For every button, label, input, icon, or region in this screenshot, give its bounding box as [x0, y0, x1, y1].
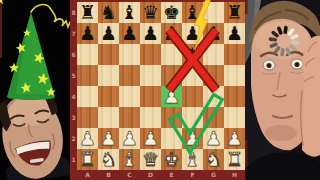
square-g1[interactable]: ♞ — [203, 149, 224, 170]
square-b2[interactable]: ♟ — [98, 128, 119, 149]
square-g3[interactable] — [203, 107, 224, 128]
black-queen-d8: ♛ — [140, 2, 161, 23]
square-a3[interactable] — [77, 107, 98, 128]
square-e7[interactable]: ♟ — [161, 23, 182, 44]
square-b4[interactable] — [98, 86, 119, 107]
square-a7[interactable]: ♟ — [77, 23, 98, 44]
square-e3[interactable] — [161, 107, 182, 128]
black-pawn-b7: ♟ — [98, 23, 119, 44]
square-f8[interactable]: ♝ — [182, 2, 203, 23]
file-label-f: F — [182, 169, 203, 180]
black-king-e8: ♚ — [161, 2, 182, 23]
left-webcam — [0, 0, 70, 180]
rank-label-3: 3 — [70, 107, 77, 128]
file-labels: ABCDEFGH — [77, 169, 245, 180]
square-h1[interactable]: ♜ — [224, 149, 245, 170]
square-b1[interactable]: ♞ — [98, 149, 119, 170]
black-pawn-a7: ♟ — [77, 23, 98, 44]
square-f3[interactable] — [182, 107, 203, 128]
thumbnail-stage: 87654321 ♜♞♝♛♚♝♜♟♟♟♟♟♟♟♟♞♟♟♟♟♟♟♟♟♜♞♝♛♚♝♞… — [0, 0, 320, 180]
right-webcam — [245, 0, 320, 180]
black-pawn-e7: ♟ — [161, 23, 182, 44]
square-f1[interactable]: ♝ — [182, 149, 203, 170]
white-knight-b1: ♞ — [98, 149, 119, 170]
chess-board-frame: 87654321 ♜♞♝♛♚♝♜♟♟♟♟♟♟♟♟♞♟♟♟♟♟♟♟♟♜♞♝♛♚♝♞… — [70, 0, 245, 180]
square-h6[interactable] — [224, 44, 245, 65]
square-e8[interactable]: ♚ — [161, 2, 182, 23]
rank-label-6: 6 — [70, 44, 77, 65]
square-e5[interactable] — [161, 65, 182, 86]
square-c6[interactable] — [119, 44, 140, 65]
hand — [301, 36, 320, 157]
white-queen-d1: ♛ — [140, 149, 161, 170]
left-person — [0, 0, 70, 180]
right-person — [245, 0, 320, 180]
square-f5[interactable] — [182, 65, 203, 86]
square-f6[interactable]: ♞ — [182, 44, 203, 65]
square-f7[interactable]: ♟ — [182, 23, 203, 44]
square-c4[interactable] — [119, 86, 140, 107]
square-c8[interactable]: ♝ — [119, 2, 140, 23]
black-rook-a8: ♜ — [77, 2, 98, 23]
white-pawn-a2: ♟ — [77, 128, 98, 149]
square-f4[interactable] — [182, 86, 203, 107]
black-knight-b8: ♞ — [98, 2, 119, 23]
white-bishop-c1: ♝ — [119, 149, 140, 170]
rank-label-2: 2 — [70, 128, 77, 149]
white-pawn-h2: ♟ — [224, 128, 245, 149]
rank-labels: 87654321 — [70, 2, 77, 170]
white-pawn-d2: ♟ — [140, 128, 161, 149]
white-pawn-e4: ♟ — [161, 86, 182, 107]
square-d5[interactable] — [140, 65, 161, 86]
square-a1[interactable]: ♜ — [77, 149, 98, 170]
square-h2[interactable]: ♟ — [224, 128, 245, 149]
white-rook-a1: ♜ — [77, 149, 98, 170]
black-bishop-c8: ♝ — [119, 2, 140, 23]
file-label-e: E — [161, 169, 182, 180]
square-a5[interactable] — [77, 65, 98, 86]
square-c5[interactable] — [119, 65, 140, 86]
square-a2[interactable]: ♟ — [77, 128, 98, 149]
square-h8[interactable]: ♜ — [224, 2, 245, 23]
white-bishop-f1: ♝ — [182, 149, 203, 170]
square-g2[interactable]: ♟ — [203, 128, 224, 149]
square-e6[interactable] — [161, 44, 182, 65]
file-label-c: C — [119, 169, 140, 180]
rank-label-5: 5 — [70, 65, 77, 86]
file-label-g: G — [203, 169, 224, 180]
square-a6[interactable] — [77, 44, 98, 65]
square-b7[interactable]: ♟ — [98, 23, 119, 44]
square-g6[interactable] — [203, 44, 224, 65]
white-pawn-c2: ♟ — [119, 128, 140, 149]
rank-label-1: 1 — [70, 149, 77, 170]
black-rook-h8: ♜ — [224, 2, 245, 23]
square-h4[interactable] — [224, 86, 245, 107]
square-g7[interactable]: ♟ — [203, 23, 224, 44]
black-pawn-d7: ♟ — [140, 23, 161, 44]
white-pawn-b2: ♟ — [98, 128, 119, 149]
square-d2[interactable]: ♟ — [140, 128, 161, 149]
square-c1[interactable]: ♝ — [119, 149, 140, 170]
square-c7[interactable]: ♟ — [119, 23, 140, 44]
square-d3[interactable] — [140, 107, 161, 128]
square-b5[interactable] — [98, 65, 119, 86]
square-d4[interactable] — [140, 86, 161, 107]
square-h3[interactable] — [224, 107, 245, 128]
file-label-b: B — [98, 169, 119, 180]
square-g5[interactable] — [203, 65, 224, 86]
square-d6[interactable] — [140, 44, 161, 65]
square-h7[interactable]: ♟ — [224, 23, 245, 44]
square-a4[interactable] — [77, 86, 98, 107]
square-e2[interactable] — [161, 128, 182, 149]
rank-label-4: 4 — [70, 86, 77, 107]
black-pawn-c7: ♟ — [119, 23, 140, 44]
black-bishop-f8: ♝ — [182, 2, 203, 23]
square-e4[interactable]: ♟ — [161, 86, 182, 107]
black-pawn-h7: ♟ — [224, 23, 245, 44]
square-d7[interactable]: ♟ — [140, 23, 161, 44]
file-label-a: A — [77, 169, 98, 180]
square-g4[interactable] — [203, 86, 224, 107]
square-c2[interactable]: ♟ — [119, 128, 140, 149]
white-knight-g1: ♞ — [203, 149, 224, 170]
black-pawn-f7: ♟ — [182, 23, 203, 44]
square-b3[interactable] — [98, 107, 119, 128]
square-e1[interactable]: ♚ — [161, 149, 182, 170]
square-b8[interactable]: ♞ — [98, 2, 119, 23]
square-h5[interactable] — [224, 65, 245, 86]
black-knight-f6: ♞ — [182, 44, 203, 65]
square-b6[interactable] — [98, 44, 119, 65]
square-c3[interactable] — [119, 107, 140, 128]
file-label-d: D — [140, 169, 161, 180]
white-pawn-g2: ♟ — [203, 128, 224, 149]
board-grid: ♜♞♝♛♚♝♜♟♟♟♟♟♟♟♟♞♟♟♟♟♟♟♟♟♜♞♝♛♚♝♞♜ — [77, 2, 245, 170]
square-g8[interactable] — [203, 2, 224, 23]
square-d8[interactable]: ♛ — [140, 2, 161, 23]
file-label-h: H — [224, 169, 245, 180]
square-f2[interactable]: ♟ — [182, 128, 203, 149]
white-pawn-f2: ♟ — [182, 128, 203, 149]
rank-label-7: 7 — [70, 23, 77, 44]
square-d1[interactable]: ♛ — [140, 149, 161, 170]
left-edge-sliver — [0, 0, 2, 58]
square-a8[interactable]: ♜ — [77, 2, 98, 23]
white-king-e1: ♚ — [161, 149, 182, 170]
white-rook-h1: ♜ — [224, 149, 245, 170]
rank-label-8: 8 — [70, 2, 77, 23]
black-pawn-g7: ♟ — [203, 23, 224, 44]
